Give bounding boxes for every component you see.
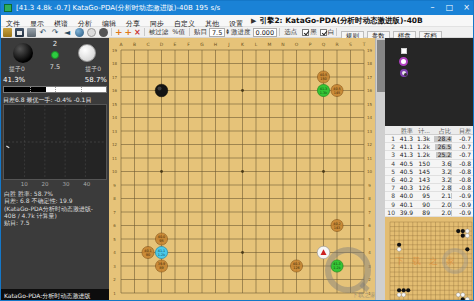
komi-input[interactable]: 7.5 <box>209 28 225 37</box>
cell: 3.2 <box>432 176 453 183</box>
graph-tick-40: 40 <box>83 181 90 187</box>
share-value: 3.2 <box>441 176 451 183</box>
svg-text:143: 143 <box>334 226 340 230</box>
svg-text:150: 150 <box>320 77 326 81</box>
svg-text:P: P <box>309 42 312 47</box>
svg-text:1: 1 <box>113 291 116 296</box>
black-captures: 提子0 <box>9 65 25 74</box>
svg-text:B: B <box>133 42 136 47</box>
cell: -0.8 <box>453 160 473 167</box>
svg-text:15: 15 <box>112 102 118 107</box>
globe-icon[interactable] <box>75 28 84 37</box>
svg-text:12: 12 <box>367 142 373 147</box>
cell: -0.9 <box>453 192 473 199</box>
cell: 150 <box>415 160 432 167</box>
cell: 2.8 <box>432 184 453 191</box>
select-point-label[interactable]: 选点 <box>284 28 297 37</box>
cell: 2 <box>385 143 396 150</box>
table-row-4[interactable]: 440.51503.6-0.8 <box>385 160 474 168</box>
svg-text:1.3k: 1.3k <box>320 91 327 95</box>
svg-text:E: E <box>174 42 177 47</box>
cell: 95 <box>415 192 432 199</box>
share-value: 2.0 <box>441 201 451 208</box>
white-checkbox[interactable] <box>320 29 327 36</box>
move-number: 2 <box>45 40 65 48</box>
svg-text:2: 2 <box>113 277 116 282</box>
cell: 25.2 <box>432 151 453 158</box>
svg-text:4: 4 <box>368 250 371 255</box>
cell: 1.3k <box>415 135 432 142</box>
candidate-R16[interactable]: 40.5145 <box>331 84 343 96</box>
svg-text:F: F <box>187 42 190 47</box>
svg-text:S: S <box>349 42 352 47</box>
app-window: [41.3 4.8k -0.7] KataGo-PDA(分析时动态激进版)-40… <box>0 0 474 301</box>
black-stone-D16 <box>155 84 168 97</box>
cell: 8 <box>385 192 396 199</box>
svg-text:3: 3 <box>113 264 116 269</box>
aggressiveness-label: 激进度 <box>231 28 251 37</box>
percent-value-label[interactable]: %值 <box>172 28 185 37</box>
mark-cross2-icon[interactable]: + <box>125 28 133 37</box>
candidate-R6[interactable]: 40.2143 <box>331 219 343 231</box>
svg-text:18: 18 <box>112 61 118 66</box>
candidate-Q17[interactable]: 40.5150 <box>317 71 329 83</box>
analysis-panel: 2 提子0 7.5 提子0 41.3% 58.7% 目差6.8 最优一手: -0… <box>1 38 109 301</box>
right-panel: 胜率计...占比目差141.31.3k28.4-0.7241.11.2k26.5… <box>385 38 474 301</box>
svg-text:17: 17 <box>112 75 118 80</box>
svg-text:7: 7 <box>368 210 371 215</box>
svg-text:95: 95 <box>159 239 163 243</box>
svg-text:Q: Q <box>322 42 326 47</box>
info-line-2: 目差: 6.8 不确定性: 19.9 <box>4 197 107 204</box>
white-player-stone-icon <box>78 44 96 62</box>
svg-text:10: 10 <box>112 169 118 174</box>
svg-text:9: 9 <box>113 183 116 188</box>
svg-text:17: 17 <box>367 75 373 80</box>
board-scrollbar[interactable] <box>375 38 385 301</box>
white-checkbox-label: 白 <box>328 28 335 37</box>
table-row-10[interactable]: 1039.9892.0-0.9 <box>385 209 474 217</box>
cell: -0.8 <box>453 176 473 183</box>
white-captures: 提子0 <box>85 65 101 74</box>
cell: 40.5 <box>396 160 415 167</box>
candidate-Q16[interactable]: 41.31.3k <box>317 84 329 96</box>
cell: 1 <box>385 135 396 142</box>
table-header-row: 胜率计...占比目差 <box>385 126 474 135</box>
redo-icon[interactable]: ↷ <box>51 28 60 37</box>
watermark-text: 下载之家 <box>352 291 375 299</box>
cell: 3.2 <box>432 168 453 175</box>
cell: 1.2k <box>415 143 432 150</box>
svg-text:11: 11 <box>112 156 118 161</box>
engine-info-block: 白胜 胜率: 58.7%目差: 6.8 不确定性: 19.9(KataGo-PD… <box>4 190 107 226</box>
variation-square-icon <box>401 48 407 54</box>
share-value: 28.4 <box>438 135 451 142</box>
cell: 40.3 <box>396 184 415 191</box>
play-icon[interactable]: ▶ <box>248 17 259 25</box>
black-checkbox[interactable] <box>302 29 309 36</box>
cell: 5 <box>385 168 396 175</box>
col-header-4: 目差 <box>453 126 473 134</box>
svg-text:10: 10 <box>367 169 373 174</box>
info-line-3: (KataGo-PDA分析时动态激进版- <box>4 205 107 212</box>
cell: 9 <box>385 201 396 208</box>
svg-text:19: 19 <box>367 48 373 53</box>
winrate-bar-black <box>4 87 46 92</box>
cell: 126 <box>415 184 432 191</box>
cell: 3.6 <box>432 160 453 167</box>
svg-text:R: R <box>335 42 338 47</box>
share-value: 2.8 <box>441 184 451 191</box>
cell: 4 <box>385 160 396 167</box>
svg-text:7: 7 <box>113 210 116 215</box>
share-value: 3.2 <box>441 168 451 175</box>
cell: 90 <box>415 201 432 208</box>
col-header-1: 胜率 <box>396 126 415 134</box>
graph-axis-ticks: 10203040 <box>3 181 107 188</box>
svg-text:6: 6 <box>368 223 371 228</box>
svg-text:14: 14 <box>367 115 373 120</box>
black-player-stone-icon <box>13 43 33 63</box>
info-line-5: 贴目: 7.5 <box>4 219 107 226</box>
table-row-5[interactable]: 540.51453.2-0.8 <box>385 168 474 176</box>
svg-text:5: 5 <box>113 237 116 242</box>
col-header-3: 占比 <box>432 126 453 134</box>
info-line-1: 白胜 胜率: 58.7% <box>4 190 107 197</box>
black-winrate: 41.3% <box>3 76 25 84</box>
svg-text:15: 15 <box>367 102 373 107</box>
svg-text:8: 8 <box>113 196 116 201</box>
cell: 2.0 <box>432 201 453 208</box>
save-icon[interactable] <box>15 28 24 37</box>
share-value: 3.6 <box>441 160 451 167</box>
svg-text:O: O <box>295 42 299 47</box>
stone-ring-dot-icon <box>400 69 408 77</box>
table-row-8[interactable]: 840.0952.1-0.9 <box>385 192 474 200</box>
cell: -0.8 <box>453 168 473 175</box>
turn-indicator-dot <box>51 51 59 59</box>
svg-text:126: 126 <box>293 266 299 270</box>
white-winrate: 58.7% <box>85 76 107 84</box>
cell: 89 <box>415 209 432 216</box>
svg-text:90: 90 <box>146 253 150 257</box>
svg-text:4: 4 <box>113 250 116 255</box>
circle-light-icon[interactable] <box>87 28 96 37</box>
cell: -0.7 <box>453 135 473 142</box>
table-row-7[interactable]: 740.31262.8-0.8 <box>385 184 474 192</box>
cell: 3 <box>385 151 396 158</box>
undo-icon[interactable]: ↶ <box>39 28 48 37</box>
minimize-button[interactable]: – <box>424 1 441 15</box>
cell: 41.1 <box>396 143 415 150</box>
candidate-O3[interactable]: 40.3126 <box>290 260 302 272</box>
svg-text:145: 145 <box>334 91 340 95</box>
cell: 28.4 <box>432 135 453 142</box>
table-row-2[interactable]: 241.11.2k26.5-0.7 <box>385 143 474 151</box>
svg-text:13: 13 <box>367 129 373 134</box>
cell: -0.7 <box>453 151 473 158</box>
close-button[interactable]: × <box>458 1 474 15</box>
svg-text:16: 16 <box>112 88 118 93</box>
svg-text:1.2k: 1.2k <box>158 253 165 257</box>
graph-tick-30: 30 <box>62 181 69 187</box>
svg-text:19: 19 <box>112 48 118 53</box>
cell: -0.9 <box>453 209 473 216</box>
filtered-label[interactable]: 被过滤 <box>149 28 169 37</box>
svg-text:8: 8 <box>368 196 371 201</box>
cell: 39.9 <box>396 209 415 216</box>
cell: 145 <box>415 168 432 175</box>
scrollbar-thumb[interactable] <box>377 40 385 92</box>
graph-tick-10: 10 <box>21 181 28 187</box>
candidate-D4[interactable]: 41.11.2k <box>155 246 167 258</box>
cell: -0.9 <box>453 201 473 208</box>
svg-text:D: D <box>160 42 164 47</box>
cell: 40.1 <box>396 201 415 208</box>
variation-preview-board[interactable]: 下载之家 <box>385 217 474 301</box>
share-value: 26.5 <box>438 143 451 150</box>
winrate-graph[interactable] <box>3 104 107 180</box>
svg-text:14: 14 <box>112 115 118 120</box>
cell: 2.0 <box>432 209 453 216</box>
aggressiveness-input[interactable]: 0.000 <box>253 28 278 37</box>
cell: 40.0 <box>396 192 415 199</box>
svg-text:18: 18 <box>367 61 373 66</box>
cell: 40.5 <box>396 168 415 175</box>
winrate-bar <box>3 86 107 93</box>
komi-value: 7.5 <box>45 63 65 71</box>
svg-text:N: N <box>281 42 284 47</box>
cell: 40.2 <box>396 176 415 183</box>
delete-mark-icon[interactable]: × <box>134 28 141 37</box>
svg-text:G: G <box>200 42 204 47</box>
svg-text:16: 16 <box>367 88 373 93</box>
svg-text:1.2k: 1.2k <box>333 266 340 270</box>
share-value: 2.1 <box>441 192 451 199</box>
svg-text:13: 13 <box>112 129 118 134</box>
table-row-3[interactable]: 341.31.2k25.2-0.7 <box>385 151 474 159</box>
svg-text:11: 11 <box>367 156 373 161</box>
col-header-0 <box>385 126 396 134</box>
candidate-moves-table[interactable]: 胜率计...占比目差141.31.3k28.4-0.7241.11.2k26.5… <box>385 126 474 217</box>
svg-text:6: 6 <box>113 223 116 228</box>
watermark-text-mini: 下载之家 <box>395 256 463 266</box>
candidate-D3[interactable]: 39.989 <box>155 260 167 272</box>
svg-text:J: J <box>227 42 229 47</box>
maximize-button[interactable]: □ <box>441 1 458 15</box>
svg-text:T: T <box>362 42 366 47</box>
back-icon[interactable]: ◄ <box>63 28 72 37</box>
cell: 41.3 <box>396 151 415 158</box>
share-value: 2.0 <box>441 209 451 216</box>
cell: 41.3 <box>396 135 415 142</box>
candidate-C4[interactable]: 40.190 <box>142 246 154 258</box>
cell: 6 <box>385 176 396 183</box>
candidate-D5[interactable]: 40.095 <box>155 233 167 245</box>
table-row-6[interactable]: 640.21433.2-0.8 <box>385 176 474 184</box>
svg-text:12: 12 <box>112 142 118 147</box>
svg-text:C: C <box>146 42 149 47</box>
cell: -0.8 <box>453 184 473 191</box>
white-stone-ring-icon <box>399 57 408 66</box>
status-bar: KataGo-PDA:分析时动态激进版 <box>1 289 109 301</box>
table-row-9[interactable]: 940.1902.0-0.9 <box>385 201 474 209</box>
cell: 2.1 <box>432 192 453 199</box>
komi-spinner[interactable]: ▲▼ <box>226 29 229 36</box>
cell: 10 <box>385 209 396 216</box>
svg-text:M: M <box>268 42 272 47</box>
svg-text:9: 9 <box>368 183 371 188</box>
mark-cross-icon[interactable]: + <box>115 28 123 37</box>
black-checkbox-label: 黑 <box>310 28 317 37</box>
circle-dark-icon[interactable] <box>99 28 108 37</box>
svg-text:5: 5 <box>368 237 371 242</box>
info-line-4: 40B / 4.7k 计算量) <box>4 212 107 219</box>
share-value: 25.2 <box>438 151 451 158</box>
open-folder-icon[interactable] <box>3 28 12 37</box>
cell: 7 <box>385 184 396 191</box>
cell: 1.2k <box>415 151 432 158</box>
cell: 143 <box>415 176 432 183</box>
table-row-1[interactable]: 141.31.3k28.4-0.7 <box>385 135 474 143</box>
cell: 26.5 <box>432 143 453 150</box>
komi-label: 贴目 <box>194 28 207 37</box>
go-board[interactable]: A1919B1818C1717D1616E1515F1414G1313H1212… <box>109 38 375 301</box>
toolbar: ↶ ↷ ◄ + + × 被过滤 %值 贴目 7.5 ▲▼ 激进度 0.000 选… <box>1 27 474 38</box>
graph-tick-20: 20 <box>42 181 49 187</box>
col-header-2: 计... <box>415 126 432 134</box>
svg-text:H: H <box>214 42 217 47</box>
export-icon[interactable] <box>27 28 36 37</box>
cell: -0.7 <box>453 143 473 150</box>
svg-text:89: 89 <box>159 266 163 270</box>
